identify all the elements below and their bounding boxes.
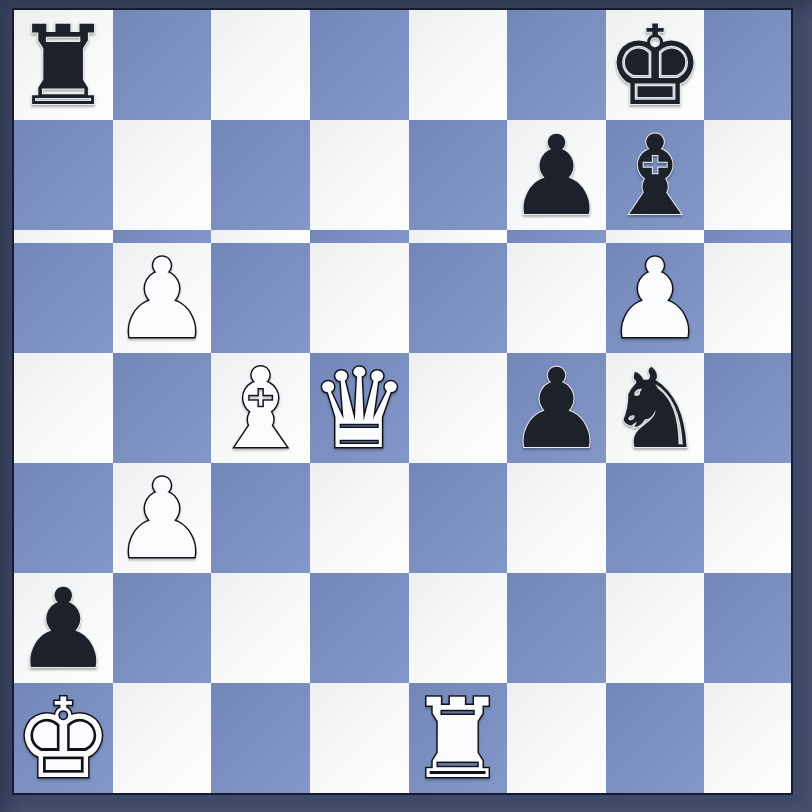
white-pawn[interactable]: ♟ [113, 464, 212, 574]
square-g8[interactable]: ♚ [606, 10, 705, 120]
square-d6[interactable] [310, 230, 409, 243]
black-pawn[interactable]: ♟ [507, 121, 606, 231]
square-a1[interactable]: ♚ [14, 683, 113, 793]
square-h8[interactable] [704, 10, 791, 120]
square-c8[interactable] [211, 10, 310, 120]
square-a8[interactable]: ♜ [14, 10, 113, 120]
black-king[interactable]: ♚ [606, 11, 705, 121]
square-g5[interactable]: ♟ [606, 243, 705, 353]
square-c4[interactable]: ♝ [211, 353, 310, 463]
black-rook[interactable]: ♜ [14, 11, 113, 121]
square-b7[interactable] [113, 120, 212, 230]
square-d7[interactable] [310, 120, 409, 230]
square-g2[interactable] [606, 573, 705, 683]
black-knight[interactable]: ♞ [606, 354, 705, 464]
square-f4[interactable]: ♟ [507, 353, 606, 463]
square-d3[interactable] [310, 463, 409, 573]
square-e5[interactable] [409, 243, 508, 353]
square-b4[interactable] [113, 353, 212, 463]
square-h7[interactable] [704, 120, 791, 230]
board-frame: ♜♚♟♝♟♟♝♛♟♞♟♟♚♜ [0, 0, 812, 812]
square-d1[interactable] [310, 683, 409, 793]
square-a5[interactable] [14, 243, 113, 353]
square-e6[interactable] [409, 230, 508, 243]
square-g7[interactable]: ♝ [606, 120, 705, 230]
chess-board: ♜♚♟♝♟♟♝♛♟♞♟♟♚♜ [12, 8, 793, 795]
square-h5[interactable] [704, 243, 791, 353]
square-h3[interactable] [704, 463, 791, 573]
square-h2[interactable] [704, 573, 791, 683]
square-b5[interactable]: ♟ [113, 243, 212, 353]
white-bishop[interactable]: ♝ [211, 354, 310, 464]
black-bishop[interactable]: ♝ [606, 121, 705, 231]
square-a4[interactable] [14, 353, 113, 463]
black-pawn[interactable]: ♟ [507, 354, 606, 464]
white-pawn[interactable]: ♟ [606, 244, 705, 354]
square-f1[interactable] [507, 683, 606, 793]
square-h6[interactable] [704, 230, 791, 243]
square-e7[interactable] [409, 120, 508, 230]
square-c6[interactable] [211, 230, 310, 243]
square-f6[interactable] [507, 230, 606, 243]
square-h4[interactable] [704, 353, 791, 463]
square-b2[interactable] [113, 573, 212, 683]
square-a6[interactable] [14, 230, 113, 243]
square-c2[interactable] [211, 573, 310, 683]
white-king[interactable]: ♚ [14, 684, 113, 794]
square-a2[interactable]: ♟ [14, 573, 113, 683]
square-e8[interactable] [409, 10, 508, 120]
square-d5[interactable] [310, 243, 409, 353]
square-f8[interactable] [507, 10, 606, 120]
square-g4[interactable]: ♞ [606, 353, 705, 463]
square-e3[interactable] [409, 463, 508, 573]
square-c5[interactable] [211, 243, 310, 353]
square-d4[interactable]: ♛ [310, 353, 409, 463]
square-b8[interactable] [113, 10, 212, 120]
square-b3[interactable]: ♟ [113, 463, 212, 573]
square-c7[interactable] [211, 120, 310, 230]
square-f2[interactable] [507, 573, 606, 683]
white-queen[interactable]: ♛ [310, 354, 409, 464]
square-g1[interactable] [606, 683, 705, 793]
square-a7[interactable] [14, 120, 113, 230]
square-d2[interactable] [310, 573, 409, 683]
square-e2[interactable] [409, 573, 508, 683]
square-f3[interactable] [507, 463, 606, 573]
square-g3[interactable] [606, 463, 705, 573]
square-e4[interactable] [409, 353, 508, 463]
white-pawn[interactable]: ♟ [113, 244, 212, 354]
square-f5[interactable] [507, 243, 606, 353]
square-c3[interactable] [211, 463, 310, 573]
square-a3[interactable] [14, 463, 113, 573]
black-pawn[interactable]: ♟ [14, 574, 113, 684]
square-b1[interactable] [113, 683, 212, 793]
square-h1[interactable] [704, 683, 791, 793]
white-rook[interactable]: ♜ [409, 684, 508, 794]
square-f7[interactable]: ♟ [507, 120, 606, 230]
square-d8[interactable] [310, 10, 409, 120]
square-c1[interactable] [211, 683, 310, 793]
square-e1[interactable]: ♜ [409, 683, 508, 793]
